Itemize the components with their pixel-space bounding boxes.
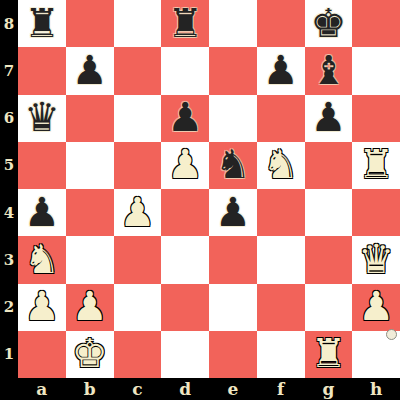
square-d2[interactable] (161, 284, 209, 331)
white-pawn-icon: ♟ (24, 286, 60, 326)
white-queen-icon: ♛ (358, 239, 394, 279)
square-c2[interactable] (114, 284, 162, 331)
file-label-e: e (209, 378, 257, 400)
square-f2[interactable] (257, 284, 305, 331)
white-king-icon: ♚ (72, 333, 108, 373)
square-a8[interactable]: ♜ (18, 0, 66, 47)
square-b6[interactable] (66, 95, 114, 142)
white-pawn-icon: ♟ (72, 286, 108, 326)
white-pawn-icon: ♟ (358, 286, 394, 326)
square-e7[interactable] (209, 47, 257, 94)
square-a5[interactable] (18, 142, 66, 189)
black-pawn-icon: ♟ (215, 192, 251, 232)
square-g3[interactable] (305, 236, 353, 283)
file-label-h: h (352, 378, 400, 400)
white-rook-icon: ♜ (310, 333, 346, 373)
white-pawn-icon: ♟ (167, 144, 203, 184)
square-g7[interactable]: ♝ (305, 47, 353, 94)
square-f6[interactable] (257, 95, 305, 142)
file-label-b: b (66, 378, 114, 400)
rank-label-7: 7 (0, 47, 18, 94)
white-knight-icon: ♞ (263, 144, 299, 184)
square-d4[interactable] (161, 189, 209, 236)
square-c7[interactable] (114, 47, 162, 94)
square-e8[interactable] (209, 0, 257, 47)
square-c1[interactable] (114, 331, 162, 378)
square-e3[interactable] (209, 236, 257, 283)
square-f5[interactable]: ♞ (257, 142, 305, 189)
rank-label-1: 1 (0, 331, 18, 378)
black-rook-icon: ♜ (167, 3, 203, 43)
chess-board: ♜♜♚♟♟♝♛♟♟♟♞♞♜♟♟♟♞♛♟♟♟♚♜ (18, 0, 400, 378)
square-c5[interactable] (114, 142, 162, 189)
rank-label-2: 2 (0, 284, 18, 331)
square-d8[interactable]: ♜ (161, 0, 209, 47)
square-b2[interactable]: ♟ (66, 284, 114, 331)
square-b4[interactable] (66, 189, 114, 236)
white-knight-icon: ♞ (24, 239, 60, 279)
square-h6[interactable] (352, 95, 400, 142)
black-pawn-icon: ♟ (72, 50, 108, 90)
black-pawn-icon: ♟ (263, 50, 299, 90)
black-knight-icon: ♞ (215, 144, 251, 184)
square-e6[interactable] (209, 95, 257, 142)
rank-label-8: 8 (0, 0, 18, 47)
square-h7[interactable] (352, 47, 400, 94)
file-label-g: g (305, 378, 353, 400)
square-d1[interactable] (161, 331, 209, 378)
black-rook-icon: ♜ (24, 3, 60, 43)
square-g4[interactable] (305, 189, 353, 236)
file-labels: abcdefgh (18, 378, 400, 400)
square-d5[interactable]: ♟ (161, 142, 209, 189)
square-f3[interactable] (257, 236, 305, 283)
square-b8[interactable] (66, 0, 114, 47)
square-b5[interactable] (66, 142, 114, 189)
file-label-f: f (257, 378, 305, 400)
square-f8[interactable] (257, 0, 305, 47)
square-g6[interactable]: ♟ (305, 95, 353, 142)
square-b7[interactable]: ♟ (66, 47, 114, 94)
black-bishop-icon: ♝ (310, 50, 346, 90)
square-b3[interactable] (66, 236, 114, 283)
square-f4[interactable] (257, 189, 305, 236)
white-pawn-icon: ♟ (119, 192, 155, 232)
square-g8[interactable]: ♚ (305, 0, 353, 47)
rank-label-5: 5 (0, 142, 18, 189)
square-c3[interactable] (114, 236, 162, 283)
square-d7[interactable] (161, 47, 209, 94)
square-h4[interactable] (352, 189, 400, 236)
square-a2[interactable]: ♟ (18, 284, 66, 331)
black-pawn-icon: ♟ (167, 97, 203, 137)
square-g1[interactable]: ♜ (305, 331, 353, 378)
square-e4[interactable]: ♟ (209, 189, 257, 236)
square-b1[interactable]: ♚ (66, 331, 114, 378)
square-h5[interactable]: ♜ (352, 142, 400, 189)
white-rook-icon: ♜ (358, 144, 394, 184)
square-d3[interactable] (161, 236, 209, 283)
square-e2[interactable] (209, 284, 257, 331)
square-g2[interactable] (305, 284, 353, 331)
rank-label-4: 4 (0, 189, 18, 236)
rank-label-3: 3 (0, 236, 18, 283)
black-pawn-icon: ♟ (310, 97, 346, 137)
square-g5[interactable] (305, 142, 353, 189)
file-label-a: a (18, 378, 66, 400)
chess-board-frame: 87654321 ♜♜♚♟♟♝♛♟♟♟♞♞♜♟♟♟♞♛♟♟♟♚♜ abcdefg… (0, 0, 400, 400)
square-a3[interactable]: ♞ (18, 236, 66, 283)
black-king-icon: ♚ (310, 3, 346, 43)
file-label-d: d (161, 378, 209, 400)
black-queen-icon: ♛ (24, 97, 60, 137)
square-a1[interactable] (18, 331, 66, 378)
white-to-move-indicator (386, 329, 397, 340)
square-h2[interactable]: ♟ (352, 284, 400, 331)
square-d6[interactable]: ♟ (161, 95, 209, 142)
square-c4[interactable]: ♟ (114, 189, 162, 236)
square-h3[interactable]: ♛ (352, 236, 400, 283)
file-label-c: c (114, 378, 162, 400)
square-a4[interactable]: ♟ (18, 189, 66, 236)
square-a7[interactable] (18, 47, 66, 94)
square-f1[interactable] (257, 331, 305, 378)
square-f7[interactable]: ♟ (257, 47, 305, 94)
black-pawn-icon: ♟ (24, 192, 60, 232)
rank-labels: 87654321 (0, 0, 18, 378)
square-a6[interactable]: ♛ (18, 95, 66, 142)
square-c6[interactable] (114, 95, 162, 142)
square-e1[interactable] (209, 331, 257, 378)
square-c8[interactable] (114, 0, 162, 47)
square-h8[interactable] (352, 0, 400, 47)
rank-label-6: 6 (0, 95, 18, 142)
square-e5[interactable]: ♞ (209, 142, 257, 189)
